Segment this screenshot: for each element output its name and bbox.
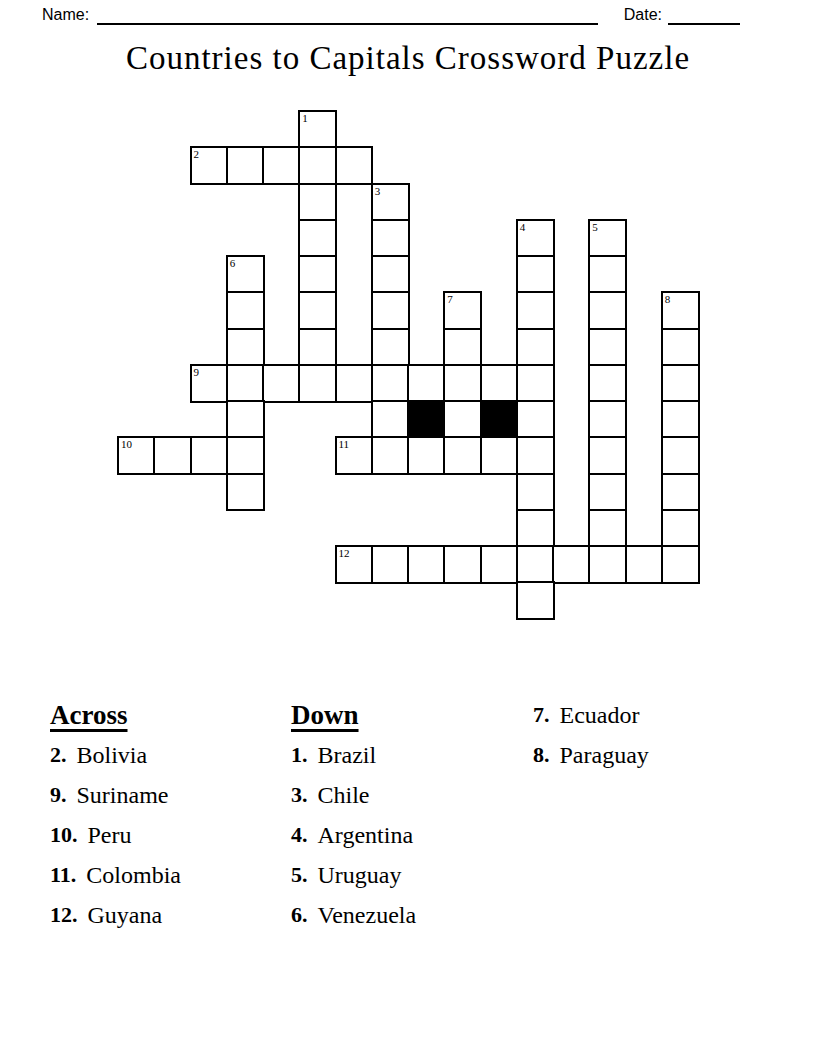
down-clues-column: Down 1.Brazil3.Chile4.Argentina5.Uruguay… bbox=[291, 700, 526, 940]
cell-r7c5[interactable] bbox=[298, 364, 337, 403]
clue-down-3: 3.Chile bbox=[291, 780, 526, 820]
clue-down-5: 5.Uruguay bbox=[291, 860, 526, 900]
cell-r9c0[interactable] bbox=[117, 436, 156, 475]
cell-r7c2[interactable] bbox=[190, 364, 229, 403]
cell-r4c13[interactable] bbox=[588, 255, 627, 294]
cell-r7c10[interactable] bbox=[480, 364, 519, 403]
cell-r12c8[interactable] bbox=[407, 545, 446, 584]
cell-r6c11[interactable] bbox=[516, 328, 555, 367]
cell-r3c7[interactable] bbox=[371, 219, 410, 258]
down-clues-overflow-column: 7.Ecuador8.Paraguay bbox=[533, 700, 768, 780]
clue-text: Paraguay bbox=[560, 740, 649, 770]
clue-text: Ecuador bbox=[560, 700, 640, 730]
cell-r4c5[interactable] bbox=[298, 255, 337, 294]
date-label: Date: bbox=[624, 5, 662, 25]
cell-r9c9[interactable] bbox=[443, 436, 482, 475]
cell-r9c7[interactable] bbox=[371, 436, 410, 475]
clue-number: 9. bbox=[50, 780, 67, 810]
clue-number: 7. bbox=[533, 700, 550, 730]
cell-r5c13[interactable] bbox=[588, 291, 627, 330]
clue-text: Venezuela bbox=[318, 900, 417, 930]
clue-text: Suriname bbox=[77, 780, 169, 810]
cell-r3c13[interactable] bbox=[588, 219, 627, 258]
clue-down-6: 6.Venezuela bbox=[291, 900, 526, 940]
cell-r5c7[interactable] bbox=[371, 291, 410, 330]
clue-text: Brazil bbox=[318, 740, 377, 770]
cell-r8c3[interactable] bbox=[226, 400, 265, 439]
cell-r8c9[interactable] bbox=[443, 400, 482, 439]
across-clues-column: Across 2.Bolivia9.Suriname10.Peru11.Colo… bbox=[50, 700, 285, 940]
cell-r5c9[interactable] bbox=[443, 291, 482, 330]
cell-r12c14[interactable] bbox=[625, 545, 664, 584]
cell-r1c6[interactable] bbox=[335, 146, 374, 185]
clue-text: Uruguay bbox=[318, 860, 402, 890]
cell-r9c10[interactable] bbox=[480, 436, 519, 475]
cell-r6c9[interactable] bbox=[443, 328, 482, 367]
cell-r8c13[interactable] bbox=[588, 400, 627, 439]
clue-number: 10. bbox=[50, 820, 78, 850]
cell-r4c3[interactable] bbox=[226, 255, 265, 294]
cell-r10c3[interactable] bbox=[226, 473, 265, 512]
cell-r12c15[interactable] bbox=[661, 545, 700, 584]
cell-r13c11[interactable] bbox=[516, 581, 555, 620]
clue-down-8: 8.Paraguay bbox=[533, 740, 768, 780]
cell-r7c9[interactable] bbox=[443, 364, 482, 403]
across-header: Across bbox=[50, 700, 285, 740]
cell-r6c15[interactable] bbox=[661, 328, 700, 367]
clue-number: 3. bbox=[291, 780, 308, 810]
cell-r9c11[interactable] bbox=[516, 436, 555, 475]
clue-text: Chile bbox=[318, 780, 370, 810]
clue-number: 1. bbox=[291, 740, 308, 770]
cell-r12c10[interactable] bbox=[480, 545, 519, 584]
clue-number: 6. bbox=[291, 900, 308, 930]
cell-r5c3[interactable] bbox=[226, 291, 265, 330]
cell-r7c7[interactable] bbox=[371, 364, 410, 403]
cell-r7c8[interactable] bbox=[407, 364, 446, 403]
cell-r9c15[interactable] bbox=[661, 436, 700, 475]
cell-r9c13[interactable] bbox=[588, 436, 627, 475]
cell-r0c5[interactable] bbox=[298, 110, 337, 149]
clue-text: Peru bbox=[88, 820, 132, 850]
cell-r9c2[interactable] bbox=[190, 436, 229, 475]
cell-r1c3[interactable] bbox=[226, 146, 265, 185]
cell-r2c7[interactable] bbox=[371, 183, 410, 222]
clue-number: 2. bbox=[50, 740, 67, 770]
cell-r9c3[interactable] bbox=[226, 436, 265, 475]
clue-number: 4. bbox=[291, 820, 308, 850]
cell-r7c6[interactable] bbox=[335, 364, 374, 403]
clue-text: Colombia bbox=[86, 860, 181, 890]
clue-across-11: 11.Colombia bbox=[50, 860, 285, 900]
cell-r9c6[interactable] bbox=[335, 436, 374, 475]
cell-r4c7[interactable] bbox=[371, 255, 410, 294]
cell-r11c13[interactable] bbox=[588, 509, 627, 548]
crossword-grid: 123456789101112 bbox=[117, 110, 700, 620]
cell-r12c6[interactable] bbox=[335, 545, 374, 584]
cell-r5c5[interactable] bbox=[298, 291, 337, 330]
cell-r7c4[interactable] bbox=[262, 364, 301, 403]
cell-r7c15[interactable] bbox=[661, 364, 700, 403]
clue-across-2: 2.Bolivia bbox=[50, 740, 285, 780]
cell-r5c15[interactable] bbox=[661, 291, 700, 330]
date-input-line[interactable] bbox=[668, 7, 740, 25]
cell-r6c13[interactable] bbox=[588, 328, 627, 367]
name-label: Name: bbox=[42, 5, 89, 25]
cell-r8c11[interactable] bbox=[516, 400, 555, 439]
cell-r3c5[interactable] bbox=[298, 219, 337, 258]
clue-down-1: 1.Brazil bbox=[291, 740, 526, 780]
name-input-line[interactable] bbox=[97, 7, 598, 25]
cell-r12c12[interactable] bbox=[552, 545, 591, 584]
clue-number: 8. bbox=[533, 740, 550, 770]
cell-r10c15[interactable] bbox=[661, 473, 700, 512]
cell-r6c5[interactable] bbox=[298, 328, 337, 367]
cell-r12c7[interactable] bbox=[371, 545, 410, 584]
cell-r3c11[interactable] bbox=[516, 219, 555, 258]
name-date-row: Name: Date: bbox=[42, 5, 740, 25]
cell-r1c2[interactable] bbox=[190, 146, 229, 185]
cell-r2c5[interactable] bbox=[298, 183, 337, 222]
cell-r1c5[interactable] bbox=[298, 146, 337, 185]
clue-down-7: 7.Ecuador bbox=[533, 700, 768, 740]
blocked-cell-r8c8 bbox=[407, 400, 446, 439]
cell-r8c7[interactable] bbox=[371, 400, 410, 439]
cell-r9c1[interactable] bbox=[153, 436, 192, 475]
cell-r1c4[interactable] bbox=[262, 146, 301, 185]
clue-across-10: 10.Peru bbox=[50, 820, 285, 860]
cell-r7c11[interactable] bbox=[516, 364, 555, 403]
cell-r4c11[interactable] bbox=[516, 255, 555, 294]
clue-number: 5. bbox=[291, 860, 308, 890]
cell-r11c11[interactable] bbox=[516, 509, 555, 548]
cell-r12c13[interactable] bbox=[588, 545, 627, 584]
cell-r10c11[interactable] bbox=[516, 473, 555, 512]
cell-r11c15[interactable] bbox=[661, 509, 700, 548]
cell-r5c11[interactable] bbox=[516, 291, 555, 330]
cell-r7c13[interactable] bbox=[588, 364, 627, 403]
cell-r7c3[interactable] bbox=[226, 364, 265, 403]
cell-r6c3[interactable] bbox=[226, 328, 265, 367]
clue-across-12: 12.Guyana bbox=[50, 900, 285, 940]
clue-across-9: 9.Suriname bbox=[50, 780, 285, 820]
cell-r6c7[interactable] bbox=[371, 328, 410, 367]
clue-number: 12. bbox=[50, 900, 78, 930]
cell-r12c9[interactable] bbox=[443, 545, 482, 584]
clues-section: Across 2.Bolivia9.Suriname10.Peru11.Colo… bbox=[50, 700, 766, 960]
page-title: Countries to Capitals Crossword Puzzle bbox=[0, 40, 816, 77]
clue-text: Guyana bbox=[88, 900, 163, 930]
clue-text: Argentina bbox=[318, 820, 414, 850]
clue-number: 11. bbox=[50, 860, 76, 890]
cell-r12c11[interactable] bbox=[516, 545, 555, 584]
clue-down-4: 4.Argentina bbox=[291, 820, 526, 860]
cell-r9c8[interactable] bbox=[407, 436, 446, 475]
clue-text: Bolivia bbox=[77, 740, 148, 770]
cell-r8c15[interactable] bbox=[661, 400, 700, 439]
down-header: Down bbox=[291, 700, 526, 740]
blocked-cell-r8c10 bbox=[480, 400, 519, 439]
cell-r10c13[interactable] bbox=[588, 473, 627, 512]
